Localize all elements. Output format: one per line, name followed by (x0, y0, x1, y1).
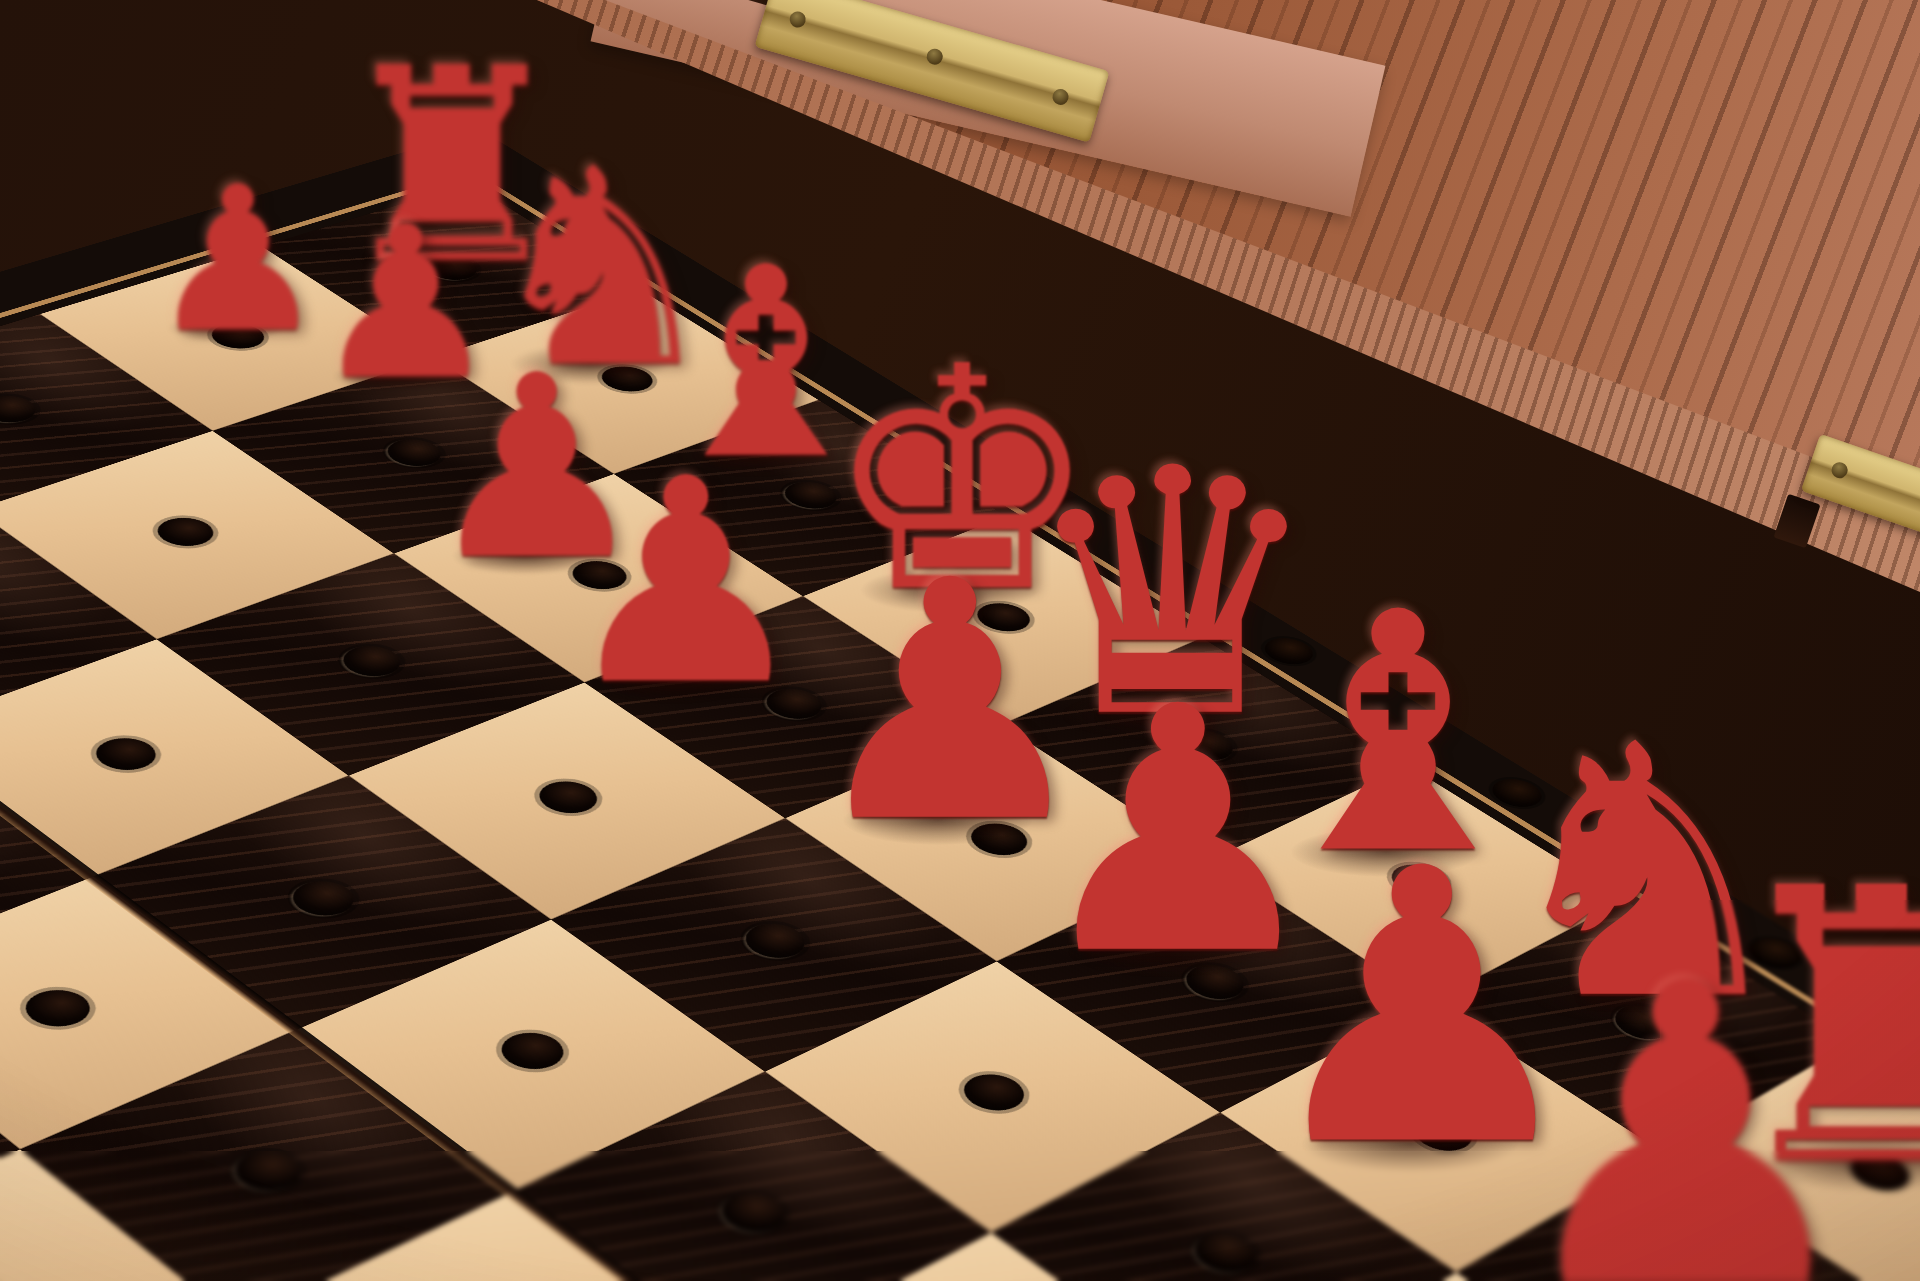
pawn-glyph: ♟ (148, 160, 327, 360)
photo-stage: ♟♜♟♞♟♝♟♚♟♛♟♝♞♟♜♟ (0, 0, 1920, 1281)
pawn-glyph: ♟ (1500, 931, 1872, 1281)
pawn-glyph: ♟ (560, 442, 813, 724)
pieces-layer: ♟♜♟♞♟♝♟♚♟♛♟♝♞♟♜♟ (0, 0, 1920, 1281)
